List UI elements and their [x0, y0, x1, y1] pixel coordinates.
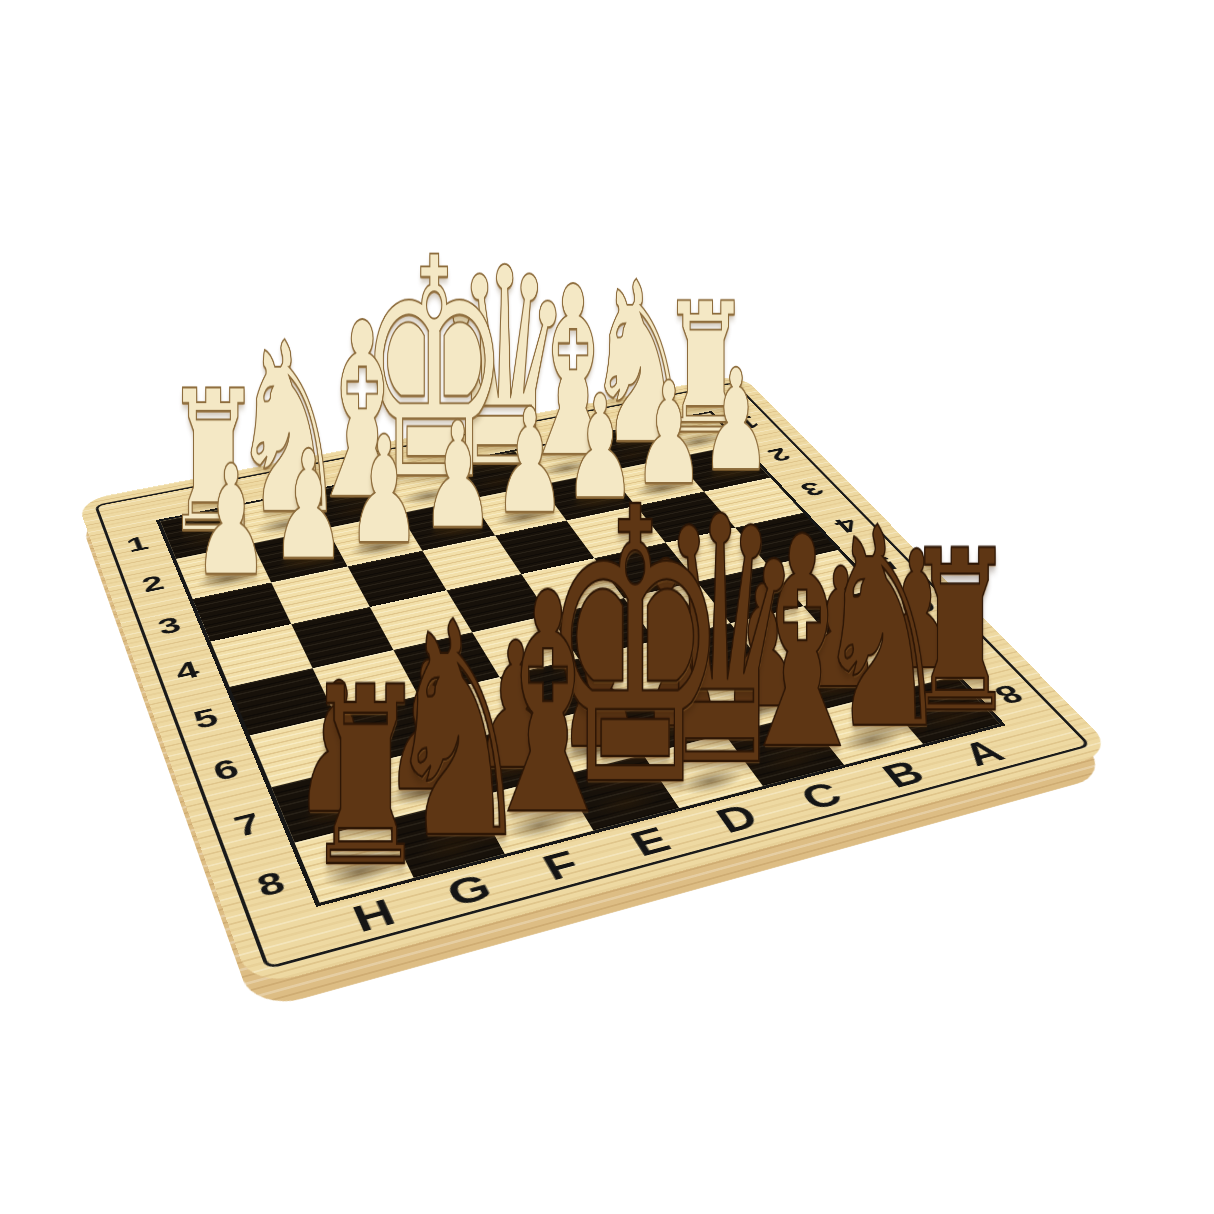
rank-label-left-1: 1 — [104, 520, 170, 569]
rank-label-left-2: 2 — [119, 558, 188, 610]
piece-white-pawn-e2: ♟ — [421, 403, 495, 550]
piece-white-pawn-f2: ♟ — [346, 417, 421, 566]
piece-white-rook-h1: ♜ — [164, 365, 262, 560]
piece-white-king-e1: ♚ — [358, 219, 510, 522]
square-g2: ♟ — [252, 528, 347, 582]
piece-shadow — [466, 469, 531, 494]
piece-white-bishop-f1: ♝ — [301, 291, 422, 533]
square-g1: ♞ — [235, 492, 327, 543]
piece-shadow — [324, 497, 390, 523]
piece-shadow — [396, 483, 461, 508]
square-e1: ♚ — [378, 465, 471, 514]
square-f1: ♝ — [307, 478, 399, 528]
piece-white-pawn-h2: ♟ — [192, 445, 268, 597]
chess-board: 12345678 12345678 HGFEDCBA ♜♞♝♚♛♝♞♜♟♟♟♟♟… — [77, 374, 1117, 988]
chess-set-product-photo: 12345678 12345678 HGFEDCBA ♜♞♝♚♛♝♞♜♟♟♟♟♟… — [0, 0, 1214, 1214]
piece-shadow — [192, 564, 261, 593]
scene: 12345678 12345678 HGFEDCBA ♜♞♝♚♛♝♞♜♟♟♟♟♟… — [0, 0, 1214, 1214]
square-d1: ♛ — [447, 451, 540, 499]
piece-shadow — [345, 533, 413, 561]
square-h1: ♜ — [160, 507, 252, 559]
piece-shadow — [251, 512, 318, 539]
piece-shadow — [176, 526, 243, 553]
piece-white-pawn-g2: ♟ — [270, 431, 345, 581]
square-h2: ♟ — [176, 543, 271, 599]
piece-shadow — [269, 549, 338, 577]
piece-white-knight-g1: ♞ — [229, 312, 347, 547]
piece-black-rook-h8: ♜ — [303, 655, 427, 901]
square-h3 — [193, 583, 291, 642]
